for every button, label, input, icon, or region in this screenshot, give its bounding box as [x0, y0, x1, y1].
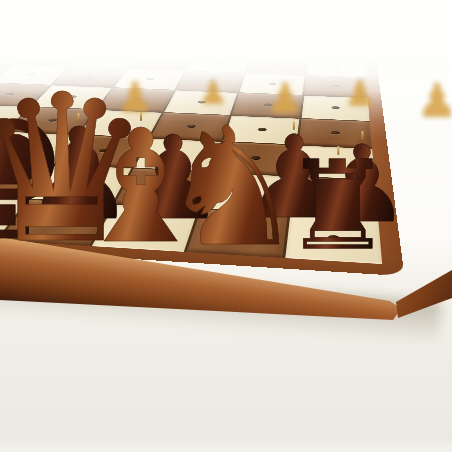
- chess-set-photo: ♟♟♟♟♟♟♟♟♟♚♛♝♞♜: [0, 0, 452, 452]
- brass-pin: [337, 146, 339, 155]
- brass-pin: [140, 112, 142, 121]
- pieces-layer: ♟♟♟♟♟♟♟♟♟♚♛♝♞♜: [0, 0, 452, 452]
- blurred-white-pawn: ♟: [344, 76, 376, 112]
- blurred-white-pawn: ♟: [416, 77, 452, 124]
- black-rook-a8: ♜: [283, 145, 392, 267]
